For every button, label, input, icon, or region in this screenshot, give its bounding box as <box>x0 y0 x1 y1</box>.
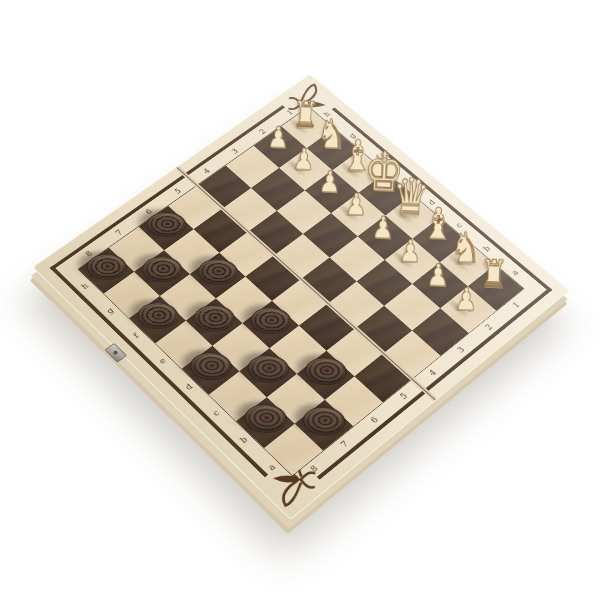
square-b3[interactable] <box>384 284 440 331</box>
white-pawn-a2[interactable]: ♟ <box>446 252 488 316</box>
square-a5[interactable] <box>354 353 412 402</box>
photo-stage: 1122334455667788hhggffeeddccbbaa ♜♞♝♚♛♝♞… <box>0 0 600 600</box>
clasp-pin-icon <box>113 350 119 355</box>
square-b4[interactable] <box>356 306 413 353</box>
square-c5[interactable] <box>299 303 356 350</box>
square-c4[interactable] <box>328 281 384 328</box>
metal-clasp <box>104 343 127 363</box>
chess-box: 1122334455667788hhggffeeddccbbaa ♜♞♝♚♛♝♞… <box>32 74 570 520</box>
rank-label-right-1: 1 <box>507 297 526 313</box>
square-a4[interactable] <box>383 331 440 379</box>
